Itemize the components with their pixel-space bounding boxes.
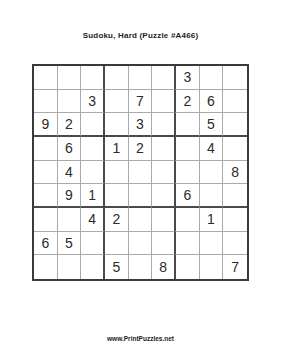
- cell-r2c2[interactable]: [58, 90, 82, 114]
- cell-r8c1[interactable]: 6: [34, 232, 58, 256]
- cell-r5c5[interactable]: [129, 161, 153, 185]
- cell-r3c2[interactable]: 2: [58, 113, 82, 137]
- cell-r2c3[interactable]: 3: [81, 90, 105, 114]
- cell-r9c1[interactable]: [34, 255, 58, 279]
- cell-r4c9[interactable]: [223, 137, 247, 161]
- cell-r6c8[interactable]: [200, 184, 224, 208]
- cell-r7c1[interactable]: [34, 208, 58, 232]
- cell-r1c7[interactable]: 3: [176, 66, 200, 90]
- cell-r6c9[interactable]: [223, 184, 247, 208]
- cell-r8c4[interactable]: [105, 232, 129, 256]
- cell-r8c8[interactable]: [200, 232, 224, 256]
- sudoku-board: 33726923561244891642165587: [32, 64, 249, 281]
- cell-r9c6[interactable]: 8: [152, 255, 176, 279]
- cell-r9c9[interactable]: 7: [223, 255, 247, 279]
- cell-r7c5[interactable]: [129, 208, 153, 232]
- sudoku-page: Sudoku, Hard (Puzzle #A466) 337269235612…: [0, 0, 281, 363]
- cell-r1c8[interactable]: [200, 66, 224, 90]
- cell-r7c9[interactable]: [223, 208, 247, 232]
- cell-r7c3[interactable]: 4: [81, 208, 105, 232]
- cell-r4c4[interactable]: 1: [105, 137, 129, 161]
- cell-r4c7[interactable]: [176, 137, 200, 161]
- cell-r3c6[interactable]: [152, 113, 176, 137]
- cell-r5c9[interactable]: 8: [223, 161, 247, 185]
- cell-r5c3[interactable]: [81, 161, 105, 185]
- cell-r7c2[interactable]: [58, 208, 82, 232]
- cell-r6c2[interactable]: 9: [58, 184, 82, 208]
- cell-r2c5[interactable]: 7: [129, 90, 153, 114]
- cell-r8c3[interactable]: [81, 232, 105, 256]
- cell-r3c7[interactable]: [176, 113, 200, 137]
- cell-r8c7[interactable]: [176, 232, 200, 256]
- cell-r1c5[interactable]: [129, 66, 153, 90]
- cell-r6c3[interactable]: 1: [81, 184, 105, 208]
- cell-r6c5[interactable]: [129, 184, 153, 208]
- cell-r1c1[interactable]: [34, 66, 58, 90]
- cell-r7c4[interactable]: 2: [105, 208, 129, 232]
- cell-r8c2[interactable]: 5: [58, 232, 82, 256]
- cell-r2c4[interactable]: [105, 90, 129, 114]
- cell-r5c6[interactable]: [152, 161, 176, 185]
- cell-r9c7[interactable]: [176, 255, 200, 279]
- cell-r9c2[interactable]: [58, 255, 82, 279]
- cell-r7c6[interactable]: [152, 208, 176, 232]
- cell-r9c8[interactable]: [200, 255, 224, 279]
- cell-r5c7[interactable]: [176, 161, 200, 185]
- cell-r3c3[interactable]: [81, 113, 105, 137]
- cell-r3c4[interactable]: [105, 113, 129, 137]
- cell-r2c7[interactable]: 2: [176, 90, 200, 114]
- cell-r3c5[interactable]: 3: [129, 113, 153, 137]
- cell-r1c2[interactable]: [58, 66, 82, 90]
- cell-r2c6[interactable]: [152, 90, 176, 114]
- cell-r5c2[interactable]: 4: [58, 161, 82, 185]
- cell-r5c8[interactable]: [200, 161, 224, 185]
- cell-r4c3[interactable]: [81, 137, 105, 161]
- cell-r5c1[interactable]: [34, 161, 58, 185]
- cell-r4c5[interactable]: 2: [129, 137, 153, 161]
- cell-r8c5[interactable]: [129, 232, 153, 256]
- cell-r8c9[interactable]: [223, 232, 247, 256]
- cell-r6c1[interactable]: [34, 184, 58, 208]
- cell-r7c7[interactable]: [176, 208, 200, 232]
- cell-r5c4[interactable]: [105, 161, 129, 185]
- cell-r7c8[interactable]: 1: [200, 208, 224, 232]
- cell-r1c4[interactable]: [105, 66, 129, 90]
- cell-r1c3[interactable]: [81, 66, 105, 90]
- cell-r4c6[interactable]: [152, 137, 176, 161]
- cell-r3c9[interactable]: [223, 113, 247, 137]
- cell-r2c9[interactable]: [223, 90, 247, 114]
- cell-r2c8[interactable]: 6: [200, 90, 224, 114]
- cell-r6c6[interactable]: [152, 184, 176, 208]
- cell-r1c9[interactable]: [223, 66, 247, 90]
- footer-credit: www.PrintPuzzles.net: [0, 335, 281, 342]
- cell-r3c8[interactable]: 5: [200, 113, 224, 137]
- cell-r9c3[interactable]: [81, 255, 105, 279]
- cell-r4c2[interactable]: 6: [58, 137, 82, 161]
- cell-r1c6[interactable]: [152, 66, 176, 90]
- cell-r6c4[interactable]: [105, 184, 129, 208]
- cell-r9c4[interactable]: 5: [105, 255, 129, 279]
- cell-r8c6[interactable]: [152, 232, 176, 256]
- cell-r3c1[interactable]: 9: [34, 113, 58, 137]
- cell-r6c7[interactable]: 6: [176, 184, 200, 208]
- cell-r9c5[interactable]: [129, 255, 153, 279]
- puzzle-title: Sudoku, Hard (Puzzle #A466): [0, 31, 281, 40]
- cell-r2c1[interactable]: [34, 90, 58, 114]
- cell-r4c1[interactable]: [34, 137, 58, 161]
- cell-r4c8[interactable]: 4: [200, 137, 224, 161]
